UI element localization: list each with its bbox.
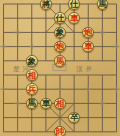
board-point[interactable] xyxy=(109,54,120,68)
board-point[interactable] xyxy=(109,125,120,136)
piece-glyph: 仕 xyxy=(56,14,65,23)
board-point[interactable] xyxy=(67,82,81,96)
board-point[interactable] xyxy=(11,0,25,11)
board-point[interactable] xyxy=(11,110,25,124)
board-point[interactable] xyxy=(25,125,39,136)
board-point[interactable]: 炮 xyxy=(81,25,95,39)
board-point[interactable]: 車 xyxy=(67,11,81,25)
board-point[interactable]: 仕 xyxy=(53,11,67,25)
board-point[interactable] xyxy=(67,125,81,136)
piece-glyph: 馬 xyxy=(98,0,107,8)
board-point[interactable] xyxy=(81,0,95,11)
black-general[interactable]: 將 xyxy=(40,0,52,10)
board-point[interactable]: 帥 xyxy=(53,125,67,136)
board-point[interactable] xyxy=(11,54,25,68)
board-point[interactable] xyxy=(25,39,39,53)
red-elephant[interactable]: 相 xyxy=(54,98,66,110)
board-point[interactable] xyxy=(109,110,120,124)
board-point[interactable] xyxy=(81,54,95,68)
board-point[interactable] xyxy=(95,68,109,82)
board-point[interactable] xyxy=(0,54,11,68)
black-horse[interactable]: 馬 xyxy=(97,0,109,10)
board-point[interactable] xyxy=(53,110,67,124)
board-point[interactable] xyxy=(95,11,109,25)
board-point[interactable] xyxy=(95,82,109,96)
board-point[interactable] xyxy=(67,96,81,110)
red-cannon[interactable]: 炮 xyxy=(54,41,66,53)
board-point[interactable] xyxy=(11,82,25,96)
board-point[interactable] xyxy=(81,125,95,136)
board-point[interactable]: 馬 xyxy=(53,54,67,68)
board-point[interactable] xyxy=(11,96,25,110)
board-point[interactable] xyxy=(25,25,39,39)
board-point[interactable] xyxy=(109,96,120,110)
xiangqi-board: 楚河漢界 將仕馬仕車象炮炮車象馬相兵馬車相卒帥 xyxy=(0,0,120,136)
piece-glyph: 象 xyxy=(56,28,65,37)
piece-glyph: 仕 xyxy=(70,0,79,8)
board-point[interactable]: 馬 xyxy=(95,0,109,11)
board-point[interactable] xyxy=(11,125,25,136)
piece-glyph: 將 xyxy=(42,0,51,8)
board-point[interactable] xyxy=(67,54,81,68)
red-soldier[interactable]: 兵 xyxy=(26,83,38,95)
board-point[interactable]: 炮 xyxy=(53,39,67,53)
board-point[interactable] xyxy=(39,25,53,39)
piece-glyph: 炮 xyxy=(56,43,65,52)
board-point[interactable] xyxy=(0,125,11,136)
board-point[interactable] xyxy=(0,0,11,11)
board-point[interactable] xyxy=(0,25,11,39)
board-point[interactable] xyxy=(95,54,109,68)
board-point[interactable] xyxy=(95,110,109,124)
board-point[interactable]: 車 xyxy=(39,96,53,110)
board-point[interactable] xyxy=(109,68,120,82)
board-point[interactable]: 車 xyxy=(81,39,95,53)
board-point[interactable] xyxy=(0,39,11,53)
board-point[interactable] xyxy=(81,110,95,124)
board-point[interactable] xyxy=(95,96,109,110)
board-point[interactable]: 象 xyxy=(25,54,39,68)
board-point[interactable] xyxy=(11,68,25,82)
board-point[interactable] xyxy=(0,82,11,96)
black-elephant[interactable]: 象 xyxy=(26,55,38,67)
board-point[interactable] xyxy=(25,11,39,25)
board-point[interactable]: 相 xyxy=(25,68,39,82)
board-point[interactable] xyxy=(81,82,95,96)
board-point[interactable] xyxy=(81,68,95,82)
red-elephant[interactable]: 相 xyxy=(26,69,38,81)
board-point[interactable]: 仕 xyxy=(67,0,81,11)
board-point[interactable] xyxy=(53,0,67,11)
board-point[interactable] xyxy=(95,25,109,39)
board-point[interactable] xyxy=(109,39,120,53)
board-point[interactable] xyxy=(0,96,11,110)
piece-glyph: 兵 xyxy=(28,85,37,94)
board-point[interactable] xyxy=(67,68,81,82)
black-advisor[interactable]: 仕 xyxy=(68,0,80,10)
board-point[interactable] xyxy=(81,11,95,25)
black-soldier[interactable]: 卒 xyxy=(68,112,80,124)
red-chariot[interactable]: 車 xyxy=(82,41,94,53)
piece-glyph: 車 xyxy=(42,99,51,108)
black-advisor[interactable]: 仕 xyxy=(54,12,66,24)
board-point[interactable]: 馬 xyxy=(25,96,39,110)
piece-glyph: 帥 xyxy=(56,128,65,136)
board-point[interactable] xyxy=(109,82,120,96)
board-point[interactable] xyxy=(0,68,11,82)
piece-glyph: 相 xyxy=(28,71,37,80)
board-point[interactable]: 相 xyxy=(53,96,67,110)
board-point[interactable] xyxy=(109,0,120,11)
board-point[interactable]: 象 xyxy=(53,25,67,39)
black-elephant[interactable]: 象 xyxy=(54,27,66,39)
board-point[interactable]: 卒 xyxy=(67,110,81,124)
board-point[interactable]: 兵 xyxy=(25,82,39,96)
board-point[interactable] xyxy=(109,11,120,25)
red-chariot[interactable]: 車 xyxy=(68,12,80,24)
board-point[interactable] xyxy=(67,25,81,39)
piece-glyph: 馬 xyxy=(56,57,65,65)
board-point[interactable] xyxy=(39,54,53,68)
piece-glyph: 相 xyxy=(56,99,65,108)
piece-glyph: 馬 xyxy=(28,99,37,108)
board-point[interactable] xyxy=(39,11,53,25)
red-cannon[interactable]: 炮 xyxy=(82,27,94,39)
red-general[interactable]: 帥 xyxy=(54,126,66,136)
board-point[interactable] xyxy=(39,110,53,124)
piece-glyph: 車 xyxy=(70,14,79,23)
piece-glyph: 車 xyxy=(84,43,93,52)
board-point[interactable] xyxy=(25,0,39,11)
board-point[interactable] xyxy=(25,110,39,124)
board-point[interactable] xyxy=(39,125,53,136)
board-point[interactable] xyxy=(39,82,53,96)
board-point[interactable] xyxy=(11,39,25,53)
board-point[interactable] xyxy=(39,68,53,82)
board-point[interactable] xyxy=(53,82,67,96)
board-point[interactable] xyxy=(67,39,81,53)
board-points: 將仕馬仕車象炮炮車象馬相兵馬車相卒帥 xyxy=(0,0,120,136)
board-point[interactable] xyxy=(53,68,67,82)
piece-glyph: 炮 xyxy=(84,28,93,37)
board-point[interactable]: 將 xyxy=(39,0,53,11)
black-chariot[interactable]: 車 xyxy=(40,98,52,110)
red-horse[interactable]: 馬 xyxy=(54,55,66,67)
board-point[interactable] xyxy=(81,96,95,110)
piece-glyph: 卒 xyxy=(70,113,79,122)
piece-glyph: 象 xyxy=(28,57,37,65)
board-point[interactable] xyxy=(0,110,11,124)
board-point[interactable] xyxy=(95,125,109,136)
black-horse[interactable]: 馬 xyxy=(26,98,38,110)
board-point[interactable] xyxy=(0,11,11,25)
board-point[interactable] xyxy=(11,11,25,25)
board-point[interactable] xyxy=(11,25,25,39)
board-point[interactable] xyxy=(39,39,53,53)
board-point[interactable] xyxy=(95,39,109,53)
board-point[interactable] xyxy=(109,25,120,39)
